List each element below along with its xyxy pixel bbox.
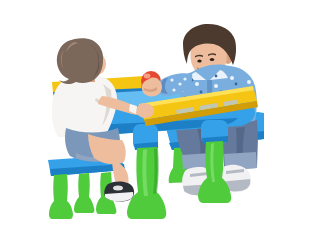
product-photo (40, 16, 264, 240)
ball-highlight (144, 74, 151, 79)
boy-eye-right (210, 58, 214, 61)
girl-sneaker-lace (113, 186, 123, 191)
scene-illustration (40, 16, 264, 240)
boy-eye-left (197, 60, 201, 63)
